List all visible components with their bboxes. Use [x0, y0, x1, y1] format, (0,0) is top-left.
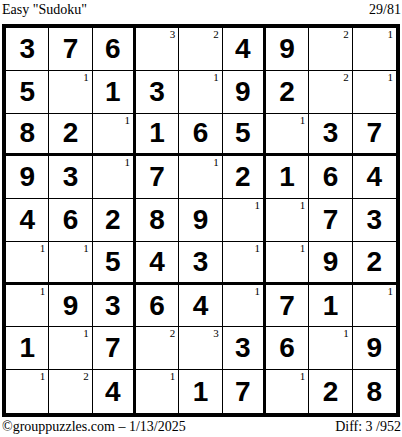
given-digit: 8	[149, 206, 165, 234]
given-digit: 2	[367, 248, 383, 276]
sudoku-page: Easy "Sudoku" 29/81 37632492151131922182…	[0, 0, 402, 437]
sudoku-cell-r1c1[interactable]: 3	[6, 28, 49, 71]
sudoku-cell-r6c9[interactable]: 2	[353, 242, 396, 285]
pencil-mark: 1	[387, 285, 393, 297]
sudoku-cell-r8c1[interactable]: 1	[6, 327, 49, 370]
pencil-mark: 1	[170, 370, 176, 382]
pencil-mark: 1	[254, 285, 260, 297]
given-digit: 4	[367, 163, 383, 191]
given-digit: 9	[193, 206, 209, 234]
sudoku-cell-r9c6[interactable]: 7	[223, 370, 266, 413]
sudoku-cell-r9c4[interactable]: 1	[136, 370, 179, 413]
sudoku-cell-r2c2[interactable]: 1	[49, 71, 92, 114]
difficulty-text: Diff: 3 /952	[335, 419, 401, 435]
sudoku-cell-r4c7[interactable]: 1	[266, 156, 309, 199]
given-digit: 7	[279, 292, 295, 320]
given-digit: 9	[367, 334, 383, 362]
given-digit: 1	[193, 378, 209, 406]
sudoku-cell-r1c5[interactable]: 2	[179, 28, 222, 71]
sudoku-cell-r6c3[interactable]: 5	[93, 242, 136, 285]
given-digit: 9	[323, 248, 339, 276]
pencil-mark: 2	[170, 327, 176, 339]
sudoku-cell-r3c9[interactable]: 7	[353, 114, 396, 157]
given-digit: 3	[149, 78, 165, 106]
given-digit: 4	[105, 378, 121, 406]
sudoku-cell-r8c4[interactable]: 2	[136, 327, 179, 370]
sudoku-cell-r7c2[interactable]: 9	[49, 285, 92, 328]
given-digit: 9	[63, 292, 79, 320]
sudoku-cell-r4c2[interactable]: 3	[49, 156, 92, 199]
sudoku-cell-r3c6[interactable]: 5	[223, 114, 266, 157]
pencil-mark: 1	[300, 199, 306, 211]
given-digit: 7	[105, 334, 121, 362]
pencil-mark: 1	[124, 156, 130, 168]
sudoku-cell-r1c6[interactable]: 4	[223, 28, 266, 71]
credit-text: ©grouppuzzles.com – 1/13/2025	[2, 419, 186, 435]
pencil-mark: 2	[83, 370, 89, 382]
given-digit: 6	[63, 206, 79, 234]
sudoku-cell-r4c8[interactable]: 6	[309, 156, 352, 199]
sudoku-cell-r2c3[interactable]: 1	[93, 71, 136, 114]
given-digit: 1	[149, 119, 165, 147]
given-digit: 2	[279, 78, 295, 106]
sudoku-cell-r7c7[interactable]: 7	[266, 285, 309, 328]
given-digit: 4	[19, 206, 35, 234]
given-digit: 7	[63, 35, 79, 63]
given-digit: 4	[149, 248, 165, 276]
sudoku-cell-r6c2[interactable]: 1	[49, 242, 92, 285]
pencil-mark: 1	[40, 370, 46, 382]
sudoku-cell-r3c8[interactable]: 3	[309, 114, 352, 157]
given-digit: 2	[63, 119, 79, 147]
sudoku-cell-r2c1[interactable]: 5	[6, 71, 49, 114]
sudoku-cell-r5c8[interactable]: 7	[309, 199, 352, 242]
pencil-mark: 2	[343, 71, 349, 83]
sudoku-cell-r2c7[interactable]: 2	[266, 71, 309, 114]
given-digit: 6	[323, 163, 339, 191]
sudoku-cell-r7c8[interactable]: 1	[309, 285, 352, 328]
given-digit: 7	[367, 119, 383, 147]
sudoku-cell-r1c4[interactable]: 3	[136, 28, 179, 71]
given-digit: 9	[235, 78, 251, 106]
sudoku-cell-r6c7[interactable]: 1	[266, 242, 309, 285]
given-digit: 3	[235, 334, 251, 362]
sudoku-cell-r2c8[interactable]: 2	[309, 71, 352, 114]
sudoku-cell-r4c6[interactable]: 2	[223, 156, 266, 199]
sudoku-cell-r9c1[interactable]: 1	[6, 370, 49, 413]
sudoku-cell-r7c9[interactable]: 1	[353, 285, 396, 328]
given-digit: 6	[279, 334, 295, 362]
sudoku-cell-r3c5[interactable]: 6	[179, 114, 222, 157]
given-digit: 7	[235, 378, 251, 406]
given-digit: 3	[19, 35, 35, 63]
given-digit: 3	[193, 248, 209, 276]
sudoku-cell-r5c7[interactable]: 1	[266, 199, 309, 242]
given-digit: 9	[279, 35, 295, 63]
given-digit: 2	[235, 163, 251, 191]
sudoku-cell-r8c9[interactable]: 9	[353, 327, 396, 370]
pencil-mark: 1	[83, 71, 89, 83]
given-digit: 5	[105, 248, 121, 276]
sudoku-cell-r2c9[interactable]: 1	[353, 71, 396, 114]
given-digit: 3	[63, 163, 79, 191]
sudoku-cell-r9c9[interactable]: 8	[353, 370, 396, 413]
sudoku-cell-r5c3[interactable]: 2	[93, 199, 136, 242]
pencil-mark: 1	[83, 327, 89, 339]
pencil-mark: 1	[40, 242, 46, 254]
sudoku-board: 3763249215113192218211651379317121644628…	[2, 24, 400, 417]
sudoku-cell-r6c5[interactable]: 3	[179, 242, 222, 285]
sudoku-cell-r5c4[interactable]: 8	[136, 199, 179, 242]
pencil-mark: 1	[124, 114, 130, 126]
given-digit: 3	[323, 119, 339, 147]
sudoku-cell-r3c7[interactable]: 1	[266, 114, 309, 157]
given-digit: 6	[105, 35, 121, 63]
sudoku-cell-r6c4[interactable]: 4	[136, 242, 179, 285]
given-digit: 2	[323, 378, 339, 406]
sudoku-cell-r7c3[interactable]: 3	[93, 285, 136, 328]
sudoku-cell-r8c6[interactable]: 3	[223, 327, 266, 370]
sudoku-cell-r5c1[interactable]: 4	[6, 199, 49, 242]
pencil-mark: 1	[40, 285, 46, 297]
sudoku-cell-r2c5[interactable]: 1	[179, 71, 222, 114]
given-digit: 9	[19, 163, 35, 191]
given-digit: 6	[149, 292, 165, 320]
header: Easy "Sudoku" 29/81	[2, 1, 401, 21]
given-digit: 2	[105, 206, 121, 234]
footer: ©grouppuzzles.com – 1/13/2025 Diff: 3 /9…	[2, 417, 401, 435]
given-digit: 1	[105, 78, 121, 106]
given-digit: 6	[193, 119, 209, 147]
given-digit: 5	[19, 78, 35, 106]
given-digit: 1	[279, 163, 295, 191]
sudoku-cell-r9c5[interactable]: 1	[179, 370, 222, 413]
sudoku-cell-r3c4[interactable]: 1	[136, 114, 179, 157]
sudoku-cell-r9c8[interactable]: 2	[309, 370, 352, 413]
given-digit: 1	[19, 334, 35, 362]
given-digit: 1	[323, 292, 339, 320]
sudoku-cell-r6c8[interactable]: 9	[309, 242, 352, 285]
sudoku-cell-r1c3[interactable]: 6	[93, 28, 136, 71]
sudoku-cell-r8c2[interactable]: 1	[49, 327, 92, 370]
pencil-mark: 2	[213, 28, 219, 40]
given-digit: 4	[193, 292, 209, 320]
sudoku-cell-r5c6[interactable]: 1	[223, 199, 266, 242]
sudoku-cell-r2c4[interactable]: 3	[136, 71, 179, 114]
given-digit: 4	[235, 35, 251, 63]
given-digit: 8	[367, 378, 383, 406]
pencil-mark: 3	[170, 28, 176, 40]
pencil-mark: 1	[254, 199, 260, 211]
pencil-mark: 1	[343, 327, 349, 339]
sudoku-cell-r1c8[interactable]: 2	[309, 28, 352, 71]
sudoku-cell-r4c5[interactable]: 1	[179, 156, 222, 199]
sudoku-cell-r3c2[interactable]: 2	[49, 114, 92, 157]
sudoku-cell-r9c2[interactable]: 2	[49, 370, 92, 413]
sudoku-cell-r3c3[interactable]: 1	[93, 114, 136, 157]
sudoku-cell-r1c7[interactable]: 9	[266, 28, 309, 71]
pencil-mark: 1	[213, 71, 219, 83]
sudoku-cell-r7c4[interactable]: 6	[136, 285, 179, 328]
sudoku-cell-r8c7[interactable]: 6	[266, 327, 309, 370]
sudoku-cell-r7c1[interactable]: 1	[6, 285, 49, 328]
sudoku-cell-r1c9[interactable]: 1	[353, 28, 396, 71]
sudoku-cell-r6c6[interactable]: 1	[223, 242, 266, 285]
pencil-mark: 1	[387, 28, 393, 40]
given-digit: 7	[149, 163, 165, 191]
sudoku-cell-r8c3[interactable]: 7	[93, 327, 136, 370]
pencil-mark: 1	[300, 242, 306, 254]
sudoku-cell-r7c6[interactable]: 1	[223, 285, 266, 328]
pencil-mark: 2	[343, 28, 349, 40]
sudoku-cell-r9c7[interactable]: 1	[266, 370, 309, 413]
sudoku-cell-r8c5[interactable]: 3	[179, 327, 222, 370]
sudoku-cell-r5c5[interactable]: 9	[179, 199, 222, 242]
given-digit: 7	[323, 206, 339, 234]
sudoku-cell-r4c4[interactable]: 7	[136, 156, 179, 199]
pencil-mark: 1	[213, 156, 219, 168]
sudoku-cell-r9c3[interactable]: 4	[93, 370, 136, 413]
sudoku-cell-r1c2[interactable]: 7	[49, 28, 92, 71]
given-digit: 8	[19, 119, 35, 147]
page-title: Easy "Sudoku"	[2, 1, 87, 19]
given-digit: 3	[105, 292, 121, 320]
sudoku-cell-r3c1[interactable]: 8	[6, 114, 49, 157]
sudoku-cell-r7c5[interactable]: 4	[179, 285, 222, 328]
pencil-mark: 1	[387, 71, 393, 83]
sudoku-cell-r4c1[interactable]: 9	[6, 156, 49, 199]
sudoku-cell-r4c9[interactable]: 4	[353, 156, 396, 199]
pencil-mark: 1	[254, 242, 260, 254]
sudoku-cell-r5c9[interactable]: 3	[353, 199, 396, 242]
pencil-mark: 1	[83, 242, 89, 254]
sudoku-cell-r5c2[interactable]: 6	[49, 199, 92, 242]
given-digit: 5	[235, 119, 251, 147]
sudoku-cell-r8c8[interactable]: 1	[309, 327, 352, 370]
filled-counter: 29/81	[369, 1, 401, 19]
sudoku-cell-r4c3[interactable]: 1	[93, 156, 136, 199]
sudoku-cell-r2c6[interactable]: 9	[223, 71, 266, 114]
pencil-mark: 1	[300, 114, 306, 126]
pencil-mark: 3	[213, 327, 219, 339]
sudoku-cell-r6c1[interactable]: 1	[6, 242, 49, 285]
given-digit: 3	[367, 206, 383, 234]
pencil-mark: 1	[300, 370, 306, 382]
